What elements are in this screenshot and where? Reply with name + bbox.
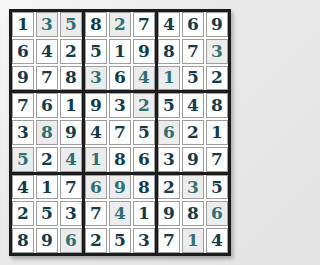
cell-r3c8[interactable]: 5	[182, 66, 204, 91]
cell-r1c4[interactable]: 8	[85, 12, 107, 37]
cell-r1c9[interactable]: 9	[206, 12, 228, 37]
cell-r7c4[interactable]: 6	[85, 175, 107, 200]
cell-r7c6[interactable]: 8	[133, 175, 155, 200]
cell-r2c5[interactable]: 1	[109, 39, 131, 64]
cell-r3c5[interactable]: 6	[109, 66, 131, 91]
cell-r1c8[interactable]: 6	[182, 12, 204, 37]
cell-r1c2[interactable]: 3	[36, 12, 58, 37]
cell-r3c1[interactable]: 9	[12, 66, 34, 91]
cell-r2c7[interactable]: 8	[158, 39, 180, 64]
cell-r1c3[interactable]: 5	[60, 12, 82, 37]
cell-r7c3[interactable]: 7	[60, 175, 82, 200]
cell-r8c8[interactable]: 8	[182, 201, 204, 226]
cell-r7c2[interactable]: 1	[36, 175, 58, 200]
cell-r2c4[interactable]: 5	[85, 39, 107, 64]
cell-r6c7[interactable]: 3	[158, 147, 180, 172]
cell-r1c5[interactable]: 2	[109, 12, 131, 37]
cell-r4c2[interactable]: 6	[36, 93, 58, 118]
cell-r2c1[interactable]: 6	[12, 39, 34, 64]
cell-r6c8[interactable]: 9	[182, 147, 204, 172]
cell-r3c2[interactable]: 7	[36, 66, 58, 91]
cell-r9c8[interactable]: 1	[182, 228, 204, 253]
cell-r8c6[interactable]: 1	[133, 201, 155, 226]
sudoku-page: 135642978 827519364 469873152 761389524 …	[0, 0, 240, 265]
cell-r2c2[interactable]: 4	[36, 39, 58, 64]
cell-r6c4[interactable]: 1	[85, 147, 107, 172]
cell-r7c5[interactable]: 9	[109, 175, 131, 200]
cell-r5c7[interactable]: 6	[158, 120, 180, 145]
cell-r3c9[interactable]: 2	[206, 66, 228, 91]
box-r0c0: 135642978	[12, 12, 82, 90]
cell-r6c9[interactable]: 7	[206, 147, 228, 172]
cell-r4c5[interactable]: 3	[109, 93, 131, 118]
cell-r9c6[interactable]: 3	[133, 228, 155, 253]
cell-r9c2[interactable]: 9	[36, 228, 58, 253]
cell-r1c1[interactable]: 1	[12, 12, 34, 37]
cell-r6c6[interactable]: 6	[133, 147, 155, 172]
cell-r5c5[interactable]: 7	[109, 120, 131, 145]
cell-r4c4[interactable]: 9	[85, 93, 107, 118]
cell-r4c9[interactable]: 8	[206, 93, 228, 118]
cell-r8c9[interactable]: 6	[206, 201, 228, 226]
cell-r3c3[interactable]: 8	[60, 66, 82, 91]
cell-r4c8[interactable]: 4	[182, 93, 204, 118]
cell-r3c4[interactable]: 3	[85, 66, 107, 91]
cell-r2c3[interactable]: 2	[60, 39, 82, 64]
cell-r7c8[interactable]: 3	[182, 175, 204, 200]
cell-r6c1[interactable]: 5	[12, 147, 34, 172]
cell-r7c1[interactable]: 4	[12, 175, 34, 200]
box-r2c0: 417253896	[12, 175, 82, 253]
cell-r9c1[interactable]: 8	[12, 228, 34, 253]
box-r2c1: 698741253	[85, 175, 155, 253]
cell-r8c5[interactable]: 4	[109, 201, 131, 226]
cell-r1c7[interactable]: 4	[158, 12, 180, 37]
cell-r8c1[interactable]: 2	[12, 201, 34, 226]
cell-r4c3[interactable]: 1	[60, 93, 82, 118]
cell-r8c3[interactable]: 3	[60, 201, 82, 226]
box-r0c2: 469873152	[158, 12, 228, 90]
cell-r5c4[interactable]: 4	[85, 120, 107, 145]
cell-r1c6[interactable]: 7	[133, 12, 155, 37]
cell-r6c3[interactable]: 4	[60, 147, 82, 172]
box-r2c2: 235986714	[158, 175, 228, 253]
cell-r8c7[interactable]: 9	[158, 201, 180, 226]
cell-r2c8[interactable]: 7	[182, 39, 204, 64]
cell-r6c2[interactable]: 2	[36, 147, 58, 172]
box-r1c2: 548621397	[158, 93, 228, 171]
sudoku-board: 135642978 827519364 469873152 761389524 …	[9, 9, 231, 256]
cell-r7c7[interactable]: 2	[158, 175, 180, 200]
cell-r4c1[interactable]: 7	[12, 93, 34, 118]
cell-r9c9[interactable]: 4	[206, 228, 228, 253]
cell-r5c2[interactable]: 8	[36, 120, 58, 145]
box-r1c1: 932475186	[85, 93, 155, 171]
cell-r3c6[interactable]: 4	[133, 66, 155, 91]
cell-r4c7[interactable]: 5	[158, 93, 180, 118]
cell-r2c6[interactable]: 9	[133, 39, 155, 64]
cell-r5c9[interactable]: 1	[206, 120, 228, 145]
cell-r7c9[interactable]: 5	[206, 175, 228, 200]
cell-r9c3[interactable]: 6	[60, 228, 82, 253]
cell-r8c4[interactable]: 7	[85, 201, 107, 226]
cell-r2c9[interactable]: 3	[206, 39, 228, 64]
cell-r5c8[interactable]: 2	[182, 120, 204, 145]
cell-r3c7[interactable]: 1	[158, 66, 180, 91]
cell-r4c6[interactable]: 2	[133, 93, 155, 118]
cell-r9c7[interactable]: 7	[158, 228, 180, 253]
cell-r6c5[interactable]: 8	[109, 147, 131, 172]
box-r1c0: 761389524	[12, 93, 82, 171]
box-r0c1: 827519364	[85, 12, 155, 90]
cell-r8c2[interactable]: 5	[36, 201, 58, 226]
cell-r5c6[interactable]: 5	[133, 120, 155, 145]
cell-r9c4[interactable]: 2	[85, 228, 107, 253]
cell-r9c5[interactable]: 5	[109, 228, 131, 253]
cell-r5c3[interactable]: 9	[60, 120, 82, 145]
cell-r5c1[interactable]: 3	[12, 120, 34, 145]
